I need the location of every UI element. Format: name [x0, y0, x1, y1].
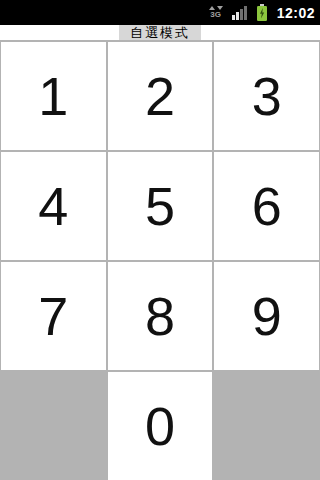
key-7[interactable]: 7 — [1, 262, 106, 370]
network-3g-icon: 3G — [209, 6, 223, 19]
key-0[interactable]: 0 — [108, 372, 213, 480]
key-4[interactable]: 4 — [1, 152, 106, 260]
key-8[interactable]: 8 — [108, 262, 213, 370]
signal-strength-icon — [232, 5, 247, 20]
blank-cell-left — [1, 372, 106, 480]
status-time: 12:02 — [277, 5, 315, 21]
keypad-grid: 1 2 3 4 5 6 7 8 9 0 — [0, 40, 320, 480]
key-1[interactable]: 1 — [1, 42, 106, 150]
android-screen: 3G 12:02 自選模式 1 2 3 4 5 6 7 8 9 0 — [0, 0, 320, 480]
key-3[interactable]: 3 — [214, 42, 319, 150]
key-6[interactable]: 6 — [214, 152, 319, 260]
key-2[interactable]: 2 — [108, 42, 213, 150]
page-title: 自選模式 — [119, 25, 201, 40]
network-type-label: 3G — [210, 11, 221, 19]
key-5[interactable]: 5 — [108, 152, 213, 260]
status-bar: 3G 12:02 — [0, 0, 320, 25]
key-9[interactable]: 9 — [214, 262, 319, 370]
battery-charging-icon — [256, 4, 268, 21]
title-bar: 自選模式 — [0, 25, 320, 40]
blank-cell-right — [214, 372, 319, 480]
